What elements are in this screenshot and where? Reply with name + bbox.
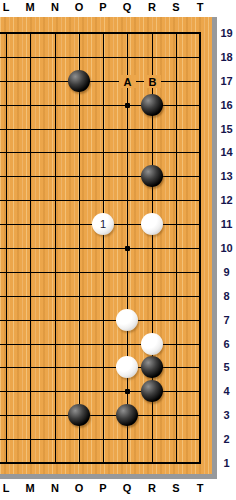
stone-black-O17[interactable] xyxy=(68,70,90,92)
stone-black-R5[interactable] xyxy=(141,356,163,378)
col-label-bottom-O: O xyxy=(69,482,89,494)
stone-black-Q3[interactable] xyxy=(116,404,138,426)
grid-line-col-O xyxy=(79,32,80,464)
col-label-top-Q: Q xyxy=(117,1,137,13)
stone-black-R4[interactable] xyxy=(141,380,163,402)
row-label-14: 14 xyxy=(217,146,236,158)
col-label-bottom-M: M xyxy=(20,482,40,494)
row-label-13: 13 xyxy=(217,170,236,182)
move-number-label: 1 xyxy=(92,213,114,235)
point-label-A: A xyxy=(119,75,136,88)
star-point-Q4 xyxy=(125,389,130,394)
col-label-bottom-R: R xyxy=(142,482,162,494)
stone-black-R13[interactable] xyxy=(141,165,163,187)
stone-black-O3[interactable] xyxy=(68,404,90,426)
stone-white-Q5[interactable] xyxy=(116,356,138,378)
col-label-top-O: O xyxy=(69,1,89,13)
col-label-bottom-N: N xyxy=(45,482,65,494)
grid-line-col-S xyxy=(176,32,177,464)
go-board-diagram: 1ABLLMMNNOOPPQQRRSSTT1918171615141312111… xyxy=(0,0,236,500)
col-label-top-M: M xyxy=(20,1,40,13)
col-label-top-R: R xyxy=(142,1,162,13)
star-point-Q10 xyxy=(125,246,130,251)
col-label-top-N: N xyxy=(45,1,65,13)
goban[interactable] xyxy=(0,17,212,474)
row-label-4: 4 xyxy=(217,385,236,397)
col-label-bottom-S: S xyxy=(166,482,186,494)
row-label-8: 8 xyxy=(217,290,236,302)
row-label-2: 2 xyxy=(217,433,236,445)
stone-black-R16[interactable] xyxy=(141,94,163,116)
row-label-12: 12 xyxy=(217,194,236,206)
row-label-7: 7 xyxy=(217,314,236,326)
row-label-17: 17 xyxy=(217,75,236,87)
col-label-bottom-T: T xyxy=(190,482,210,494)
row-label-16: 16 xyxy=(217,99,236,111)
grid-line-col-L xyxy=(6,32,7,464)
grid-line-col-T xyxy=(199,32,201,464)
col-label-top-T: T xyxy=(190,1,210,13)
grid-line-col-N xyxy=(55,32,56,464)
row-label-15: 15 xyxy=(217,123,236,135)
point-label-B: B xyxy=(144,75,161,88)
stone-white-Q7[interactable] xyxy=(116,309,138,331)
grid-line-col-M xyxy=(30,32,31,464)
row-label-3: 3 xyxy=(217,409,236,421)
col-label-top-L: L xyxy=(0,1,16,13)
col-label-bottom-P: P xyxy=(93,482,113,494)
star-point-Q16 xyxy=(125,103,130,108)
stone-white-R6[interactable] xyxy=(141,333,163,355)
row-label-18: 18 xyxy=(217,51,236,63)
grid-line-col-P xyxy=(103,32,104,464)
col-label-top-S: S xyxy=(166,1,186,13)
row-label-11: 11 xyxy=(217,218,236,230)
row-label-6: 6 xyxy=(217,338,236,350)
row-label-19: 19 xyxy=(217,27,236,39)
row-label-9: 9 xyxy=(217,266,236,278)
col-label-bottom-Q: Q xyxy=(117,482,137,494)
row-label-10: 10 xyxy=(217,242,236,254)
stone-white-P11[interactable]: 1 xyxy=(92,213,114,235)
col-label-top-P: P xyxy=(93,1,113,13)
col-label-bottom-L: L xyxy=(0,482,16,494)
stone-white-R11[interactable] xyxy=(141,213,163,235)
row-label-5: 5 xyxy=(217,361,236,373)
row-label-1: 1 xyxy=(217,457,236,469)
